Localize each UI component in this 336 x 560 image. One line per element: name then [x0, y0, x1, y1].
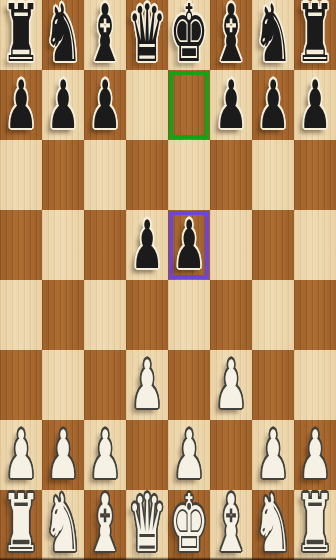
square-g3[interactable] — [252, 350, 294, 420]
square-d4[interactable] — [126, 280, 168, 350]
square-h3[interactable] — [294, 350, 336, 420]
square-e6[interactable] — [168, 140, 210, 210]
square-d7[interactable] — [126, 70, 168, 140]
square-c8[interactable]: ♝ — [84, 0, 126, 70]
square-b6[interactable] — [42, 140, 84, 210]
square-d6[interactable] — [126, 140, 168, 210]
black-bishop: ♝ — [85, 0, 124, 73]
square-c3[interactable] — [84, 350, 126, 420]
black-pawn: ♟ — [47, 70, 80, 137]
square-g7[interactable]: ♟ — [252, 70, 294, 140]
square-f8[interactable]: ♝ — [210, 0, 252, 70]
square-g6[interactable] — [252, 140, 294, 210]
square-a6[interactable] — [0, 140, 42, 210]
square-a1[interactable]: ♜ — [0, 490, 42, 560]
white-knight: ♞ — [253, 484, 292, 560]
black-rook: ♜ — [1, 0, 40, 73]
square-a5[interactable] — [0, 210, 42, 280]
square-e4[interactable] — [168, 280, 210, 350]
square-h8[interactable]: ♜ — [294, 0, 336, 70]
square-a7[interactable]: ♟ — [0, 70, 42, 140]
white-pawn: ♟ — [215, 350, 248, 417]
square-e1[interactable]: ♚ — [168, 490, 210, 560]
black-rook: ♜ — [295, 0, 334, 73]
black-queen: ♛ — [127, 0, 166, 73]
square-f5[interactable] — [210, 210, 252, 280]
square-d5[interactable]: ♟ — [126, 210, 168, 280]
square-b7[interactable]: ♟ — [42, 70, 84, 140]
square-h5[interactable] — [294, 210, 336, 280]
black-bishop: ♝ — [211, 0, 250, 73]
green-highlight — [169, 71, 209, 139]
square-c4[interactable] — [84, 280, 126, 350]
square-h4[interactable] — [294, 280, 336, 350]
square-a3[interactable] — [0, 350, 42, 420]
white-rook: ♜ — [295, 484, 334, 560]
square-h1[interactable]: ♜ — [294, 490, 336, 560]
square-d3[interactable]: ♟ — [126, 350, 168, 420]
black-pawn: ♟ — [257, 70, 290, 137]
white-rook: ♜ — [1, 484, 40, 560]
black-pawn: ♟ — [299, 70, 332, 137]
square-f6[interactable] — [210, 140, 252, 210]
white-bishop: ♝ — [211, 484, 250, 560]
white-queen: ♛ — [127, 484, 166, 560]
square-g5[interactable] — [252, 210, 294, 280]
square-c7[interactable]: ♟ — [84, 70, 126, 140]
square-f1[interactable]: ♝ — [210, 490, 252, 560]
black-pawn: ♟ — [131, 210, 164, 277]
square-e3[interactable] — [168, 350, 210, 420]
square-h7[interactable]: ♟ — [294, 70, 336, 140]
black-pawn: ♟ — [89, 70, 122, 137]
square-h6[interactable] — [294, 140, 336, 210]
black-pawn: ♟ — [215, 70, 248, 137]
white-king: ♚ — [169, 484, 208, 560]
square-a8[interactable]: ♜ — [0, 0, 42, 70]
square-b1[interactable]: ♞ — [42, 490, 84, 560]
app-screen: ♜♞♝♛♚♝♞♜♟♟♟♟♟♟♟♟♟♟♟♟♟♟♟♟♜♞♝♛♚♝♞♜ — [0, 0, 336, 560]
square-e8[interactable]: ♚ — [168, 0, 210, 70]
white-knight: ♞ — [43, 484, 82, 560]
square-c5[interactable] — [84, 210, 126, 280]
square-b4[interactable] — [42, 280, 84, 350]
square-d8[interactable]: ♛ — [126, 0, 168, 70]
white-pawn: ♟ — [131, 350, 164, 417]
white-bishop: ♝ — [85, 484, 124, 560]
square-b8[interactable]: ♞ — [42, 0, 84, 70]
square-c6[interactable] — [84, 140, 126, 210]
black-pawn: ♟ — [5, 70, 38, 137]
square-e7[interactable] — [168, 70, 210, 140]
square-g8[interactable]: ♞ — [252, 0, 294, 70]
chess-board: ♜♞♝♛♚♝♞♜♟♟♟♟♟♟♟♟♟♟♟♟♟♟♟♟♜♞♝♛♚♝♞♜ — [0, 0, 336, 560]
square-f3[interactable]: ♟ — [210, 350, 252, 420]
square-g4[interactable] — [252, 280, 294, 350]
black-knight: ♞ — [43, 0, 82, 73]
black-knight: ♞ — [253, 0, 292, 73]
square-f7[interactable]: ♟ — [210, 70, 252, 140]
square-b3[interactable] — [42, 350, 84, 420]
square-f4[interactable] — [210, 280, 252, 350]
square-g1[interactable]: ♞ — [252, 490, 294, 560]
square-d1[interactable]: ♛ — [126, 490, 168, 560]
square-c1[interactable]: ♝ — [84, 490, 126, 560]
black-king: ♚ — [169, 0, 208, 73]
square-b5[interactable] — [42, 210, 84, 280]
square-e5[interactable]: ♟ — [168, 210, 210, 280]
black-pawn: ♟ — [173, 210, 206, 277]
square-a4[interactable] — [0, 280, 42, 350]
